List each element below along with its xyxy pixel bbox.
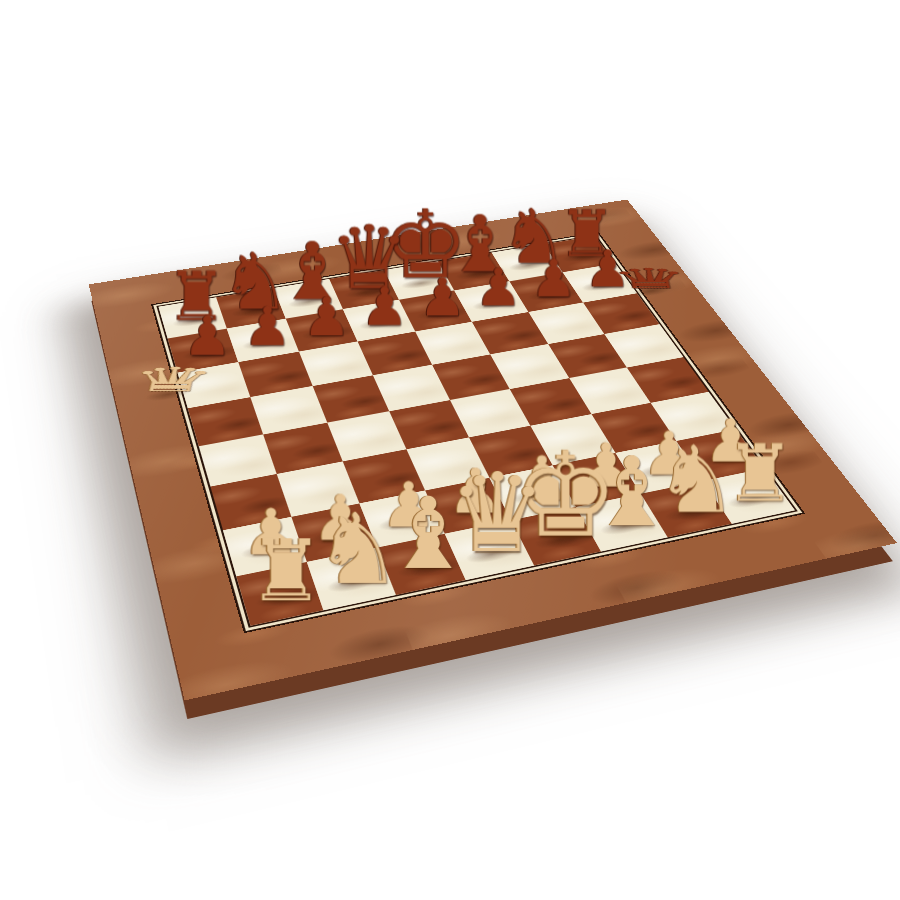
piece-red-pawn-e7[interactable]: ♟: [419, 271, 466, 323]
square-c4[interactable]: [327, 411, 407, 461]
extra-white-queen[interactable]: ♛: [126, 363, 218, 397]
square-g5[interactable]: [548, 334, 627, 378]
piece-red-pawn-b7[interactable]: ♟: [243, 300, 291, 354]
square-a1[interactable]: ♜: [236, 562, 323, 626]
piece-red-pawn-f7[interactable]: ♟: [475, 262, 522, 314]
square-b7[interactable]: ♟: [227, 319, 298, 362]
piece-red-pawn-c7[interactable]: ♟: [303, 290, 351, 343]
chess-board: ♜♞♝♛♚♝♞♜♟♟♟♟♟♟♟♟♟♟♟♟♟♟♟♟♜♞♝♛♚♝♞♜ ♛♛: [89, 200, 897, 701]
piece-red-pawn-g7[interactable]: ♟: [530, 253, 576, 305]
piece-white-rook-a1[interactable]: ♜: [248, 528, 324, 613]
extra-red-queen[interactable]: ♛: [609, 265, 692, 293]
piece-red-pawn-a7[interactable]: ♟: [183, 309, 232, 363]
piece-red-pawn-d7[interactable]: ♟: [361, 280, 408, 333]
board-photo-scene: ♜♞♝♛♚♝♞♜♟♟♟♟♟♟♟♟♟♟♟♟♟♟♟♟♜♞♝♛♚♝♞♜ ♛♛: [0, 0, 900, 900]
piece-white-knight-b1[interactable]: ♞: [314, 500, 402, 598]
board-squares: ♜♞♝♛♚♝♞♜♟♟♟♟♟♟♟♟♟♟♟♟♟♟♟♟♜♞♝♛♚♝♞♜: [156, 235, 797, 628]
board-border: ♜♞♝♛♚♝♞♜♟♟♟♟♟♟♟♟♟♟♟♟♟♟♟♟♜♞♝♛♚♝♞♜ ♛♛: [89, 200, 897, 701]
board-pinstripe-frame: ♜♞♝♛♚♝♞♜♟♟♟♟♟♟♟♟♟♟♟♟♟♟♟♟♜♞♝♛♚♝♞♜: [151, 232, 805, 633]
